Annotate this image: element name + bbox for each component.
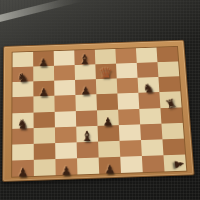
square-h6[interactable] [158,76,180,92]
board-grid: ♟♝♞♛♟♟♞♜♞♟♝♟♟♟♟ [11,46,187,178]
square-b6[interactable]: ♟ [33,81,54,97]
piece-dark-knight-g6[interactable]: ♞ [142,82,156,96]
square-d6[interactable]: ♟ [75,79,96,95]
square-c5[interactable] [54,95,75,111]
square-a5[interactable] [12,97,33,113]
square-d3[interactable]: ♝ [76,126,98,143]
photo-canvas: ♟♝♞♛♟♟♞♜♞♟♝♟♟♟♟ [0,0,200,200]
square-h8[interactable] [157,47,179,62]
square-f4[interactable] [118,108,140,124]
square-h1[interactable]: ♟ [163,154,186,171]
piece-dark-pawn-b6[interactable]: ♟ [39,87,49,98]
square-c1[interactable]: ♟ [55,158,77,175]
piece-dark-bishop-d8[interactable]: ♝ [78,53,91,66]
square-h5[interactable]: ♜ [159,92,181,108]
square-f5[interactable] [117,93,139,109]
square-g1[interactable] [142,155,165,172]
square-e2[interactable] [98,141,120,158]
square-b1[interactable] [34,159,56,176]
square-g7[interactable] [137,62,159,78]
piece-dark-pawn-c1[interactable]: ♟ [61,165,72,177]
board-frame: ♟♝♞♛♟♟♞♜♞♟♝♟♟♟♟ [2,40,194,182]
piece-light-queen-e7[interactable]: ♛ [99,67,113,81]
square-c4[interactable] [55,111,77,127]
square-h3[interactable] [161,123,183,140]
square-g6[interactable]: ♞ [138,77,160,93]
square-g8[interactable] [136,48,158,63]
square-b3[interactable] [34,127,56,144]
square-f6[interactable] [117,78,139,94]
square-a4[interactable]: ♞ [12,112,33,128]
square-e5[interactable] [96,94,118,110]
piece-dark-pawn-d6[interactable]: ♟ [81,86,92,97]
square-c8[interactable] [54,50,75,65]
square-f2[interactable] [120,140,142,157]
square-c3[interactable] [55,126,77,143]
square-e1[interactable]: ♟ [99,157,121,174]
piece-dark-pawn-a1[interactable]: ♟ [18,167,29,179]
square-d4[interactable] [76,110,98,126]
square-a2[interactable] [12,144,34,161]
square-c2[interactable] [55,142,77,159]
square-a1[interactable]: ♟ [12,160,34,177]
square-d8[interactable]: ♝ [74,50,95,65]
square-f8[interactable] [115,48,136,63]
square-b2[interactable] [34,143,56,160]
piece-dark-pawn-h1[interactable]: ♟ [172,158,186,170]
square-c6[interactable] [54,80,75,96]
piece-dark-pawn-e4[interactable]: ♟ [103,116,114,127]
square-g2[interactable] [141,139,163,156]
chess-board: ♟♝♞♛♟♟♞♜♞♟♝♟♟♟♟ [2,40,196,200]
square-b4[interactable] [34,111,55,127]
piece-dark-pawn-b8[interactable]: ♟ [38,57,48,68]
square-a7[interactable]: ♞ [12,67,33,83]
square-g3[interactable] [140,123,162,140]
piece-dark-knight-a4[interactable]: ♞ [16,117,29,130]
square-h7[interactable] [157,62,179,78]
square-e7[interactable]: ♛ [95,64,116,80]
square-d1[interactable] [77,157,99,174]
square-f3[interactable] [119,124,141,141]
square-f1[interactable] [120,156,143,173]
piece-dark-pawn-e1[interactable]: ♟ [104,164,115,176]
square-e4[interactable]: ♟ [97,109,119,125]
piece-dark-knight-a7[interactable]: ♞ [16,71,29,85]
square-f7[interactable] [116,63,138,79]
square-g4[interactable] [139,108,161,124]
square-h2[interactable] [162,138,185,155]
piece-dark-bishop-d3[interactable]: ♝ [80,129,94,143]
square-a8[interactable] [13,52,34,67]
square-c7[interactable] [54,65,75,81]
square-e8[interactable] [95,49,116,64]
square-b8[interactable]: ♟ [33,51,54,66]
